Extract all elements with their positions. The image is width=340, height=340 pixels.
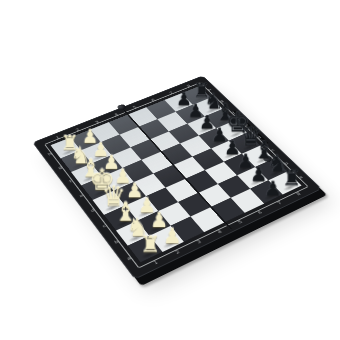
piece-white-rook[interactable]: ♜ (140, 233, 161, 256)
square-b6[interactable] (217, 175, 250, 198)
rank-label-3: 3 (192, 237, 206, 247)
piece-black-rook[interactable]: ♜ (282, 168, 301, 190)
piece-black-pawn[interactable]: ♟ (264, 179, 282, 199)
board-frame: ♜♟♟♜♞♟♟♞♝♟♟♝♚♟♟♚♛♟♟♛♝♟♟♝♞♟♟♞♜♟♟♜ hhggffe… (32, 75, 322, 279)
rank-label-2: 2 (171, 247, 185, 257)
rank-label-4: 4 (213, 227, 227, 237)
chess-board: ♜♟♟♜♞♟♟♞♝♟♟♝♚♟♟♚♛♟♟♛♝♟♟♝♞♟♟♞♜♟♟♜ hhggffe… (32, 75, 322, 279)
board-grid: ♜♟♟♜♞♟♟♞♝♟♟♝♚♟♟♚♛♟♟♛♝♟♟♝♞♟♟♞♜♟♟♜ (51, 86, 302, 262)
rank-label-7: 7 (273, 199, 287, 208)
rank-label-5: 5 (233, 217, 247, 226)
rank-label-6: 6 (253, 208, 267, 217)
rank-label-1: 1 (149, 258, 164, 268)
product-photo-background: ♜♟♟♜♞♟♟♞♝♟♟♝♚♟♟♚♛♟♟♛♝♟♟♝♞♟♟♞♜♟♟♜ hhggffe… (0, 0, 340, 340)
hinge-knob (116, 104, 127, 111)
piece-white-pawn[interactable]: ♟ (163, 225, 182, 246)
rank-label-8: 8 (292, 190, 306, 199)
